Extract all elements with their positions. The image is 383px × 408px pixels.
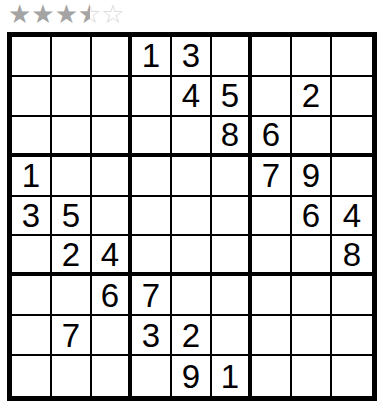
star-icon-5: ☆ [101,0,124,29]
cell-r5c5[interactable] [172,197,212,237]
star-icon-2: ★ [31,0,54,29]
cell-r9c2[interactable] [52,356,92,396]
cell-r6c3[interactable]: 4 [92,236,132,276]
cell-r2c7[interactable] [252,77,292,117]
cell-r5c3[interactable] [92,197,132,237]
cell-r9c6[interactable]: 1 [212,356,252,396]
cell-r4c6[interactable] [212,157,252,197]
star-icon-4: ☆★ [78,0,101,29]
cell-r3c6[interactable]: 8 [212,117,252,157]
cell-r4c7[interactable]: 7 [252,157,292,197]
cell-r7c9[interactable] [332,276,372,316]
cell-r4c4[interactable] [132,157,172,197]
cell-r3c5[interactable] [172,117,212,157]
cell-r1c9[interactable] [332,37,372,77]
cell-r6c4[interactable] [132,236,172,276]
cell-r4c5[interactable] [172,157,212,197]
cell-r1c8[interactable] [292,37,332,77]
cell-r2c5[interactable]: 4 [172,77,212,117]
cell-r8c8[interactable] [292,316,332,356]
cell-r8c5[interactable]: 2 [172,316,212,356]
cell-r5c6[interactable] [212,197,252,237]
cell-r2c3[interactable] [92,77,132,117]
cell-r2c9[interactable] [332,77,372,117]
cell-r5c2[interactable]: 5 [52,197,92,237]
cell-r4c9[interactable] [332,157,372,197]
cell-r7c8[interactable] [292,276,332,316]
star-icon-1: ★ [8,0,31,29]
cell-r7c1[interactable] [12,276,52,316]
cell-r3c1[interactable] [12,117,52,157]
cell-r3c9[interactable] [332,117,372,157]
cell-r9c3[interactable] [92,356,132,396]
cell-r8c9[interactable] [332,316,372,356]
cell-r4c1[interactable]: 1 [12,157,52,197]
sudoku-board: 134528617935642486773291 [7,32,377,401]
cell-r6c5[interactable] [172,236,212,276]
cell-r4c3[interactable] [92,157,132,197]
cell-r9c4[interactable] [132,356,172,396]
cell-r5c8[interactable]: 6 [292,197,332,237]
star-icon-3: ★ [55,0,78,29]
cell-r7c2[interactable] [52,276,92,316]
cell-r8c6[interactable] [212,316,252,356]
cell-r9c5[interactable]: 9 [172,356,212,396]
cell-r6c1[interactable] [12,236,52,276]
cell-r9c9[interactable] [332,356,372,396]
cell-r6c6[interactable] [212,236,252,276]
cell-r6c2[interactable]: 2 [52,236,92,276]
cell-r4c8[interactable]: 9 [292,157,332,197]
cell-r8c2[interactable]: 7 [52,316,92,356]
cell-r1c1[interactable] [12,37,52,77]
cell-r8c7[interactable] [252,316,292,356]
cell-r6c7[interactable] [252,236,292,276]
cell-r1c3[interactable] [92,37,132,77]
cell-r3c7[interactable]: 6 [252,117,292,157]
cell-r5c9[interactable]: 4 [332,197,372,237]
cell-r6c9[interactable]: 8 [332,236,372,276]
cell-r3c3[interactable] [92,117,132,157]
cell-r3c8[interactable] [292,117,332,157]
cell-r7c5[interactable] [172,276,212,316]
cell-r9c1[interactable] [12,356,52,396]
cell-r1c7[interactable] [252,37,292,77]
cell-r1c4[interactable]: 1 [132,37,172,77]
cell-r2c8[interactable]: 2 [292,77,332,117]
cell-r2c4[interactable] [132,77,172,117]
cell-r1c6[interactable] [212,37,252,77]
cell-r2c1[interactable] [12,77,52,117]
cell-r1c2[interactable] [52,37,92,77]
cell-r2c2[interactable] [52,77,92,117]
cell-r2c6[interactable]: 5 [212,77,252,117]
cell-r7c6[interactable] [212,276,252,316]
cell-r4c2[interactable] [52,157,92,197]
cell-r6c8[interactable] [292,236,332,276]
cell-r7c4[interactable]: 7 [132,276,172,316]
cell-r5c1[interactable]: 3 [12,197,52,237]
cell-r8c4[interactable]: 3 [132,316,172,356]
cell-r8c1[interactable] [12,316,52,356]
cell-r3c2[interactable] [52,117,92,157]
cell-r9c7[interactable] [252,356,292,396]
cell-r7c3[interactable]: 6 [92,276,132,316]
cell-r5c4[interactable] [132,197,172,237]
sudoku-page: ★★★☆★☆ 134528617935642486773291 [0,0,383,408]
cell-r3c4[interactable] [132,117,172,157]
cell-r8c3[interactable] [92,316,132,356]
cell-r1c5[interactable]: 3 [172,37,212,77]
cell-r5c7[interactable] [252,197,292,237]
cell-r9c8[interactable] [292,356,332,396]
difficulty-rating: ★★★☆★☆ [8,0,125,29]
cell-r7c7[interactable] [252,276,292,316]
